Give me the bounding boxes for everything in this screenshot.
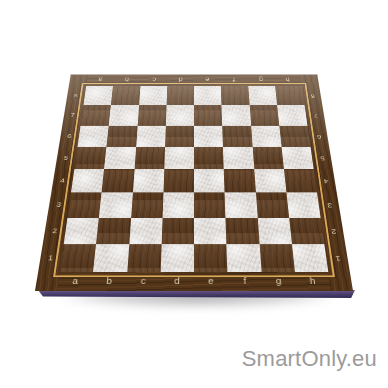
file-label-bottom-b: b — [106, 277, 112, 286]
rank-label-right-8: 8 — [310, 93, 315, 98]
square-b8 — [111, 86, 140, 105]
rank-label-left-5: 5 — [63, 155, 68, 161]
rank-label-right-5: 5 — [319, 155, 324, 161]
square-h4 — [284, 169, 317, 193]
square-a1 — [60, 244, 97, 272]
chessboard-scene: aa88bb77cc66dd55ee44ff33gg22hh11 — [35, 0, 353, 291]
file-label-bottom-h: h — [309, 277, 316, 286]
square-c2 — [129, 218, 163, 244]
square-e6 — [194, 125, 223, 146]
square-a7 — [81, 105, 112, 125]
square-c1 — [127, 244, 162, 272]
square-b1 — [93, 244, 129, 272]
square-h7 — [277, 105, 308, 125]
square-g8 — [248, 86, 277, 105]
square-g1 — [259, 244, 295, 272]
file-label-top-e: e — [205, 77, 209, 82]
square-e4 — [194, 169, 225, 193]
square-b6 — [107, 125, 138, 146]
square-b5 — [104, 147, 136, 169]
file-label-bottom-g: g — [276, 277, 282, 286]
file-label-top-h: h — [285, 77, 290, 82]
square-e7 — [194, 105, 222, 125]
square-a2 — [64, 218, 99, 244]
square-b7 — [109, 105, 139, 125]
square-h8 — [275, 86, 305, 105]
square-d8 — [166, 86, 194, 105]
square-g4 — [254, 169, 286, 193]
square-c8 — [139, 86, 167, 105]
file-label-top-a: a — [98, 77, 103, 82]
file-label-bottom-f: f — [243, 277, 246, 286]
product-photo-page: aa88bb77cc66dd55ee44ff33gg22hh11 SmartOn… — [0, 0, 388, 388]
file-label-top-b: b — [125, 77, 130, 82]
square-e5 — [194, 147, 224, 169]
rank-label-right-4: 4 — [323, 178, 328, 184]
square-e1 — [194, 244, 228, 272]
square-d3 — [162, 193, 194, 218]
file-label-bottom-e: e — [208, 277, 214, 286]
square-c7 — [137, 105, 166, 125]
square-e8 — [194, 86, 222, 105]
square-f3 — [225, 193, 258, 218]
square-h3 — [286, 193, 320, 218]
square-d6 — [165, 125, 194, 146]
square-a8 — [83, 86, 113, 105]
square-d7 — [166, 105, 194, 125]
rank-label-right-7: 7 — [313, 113, 318, 118]
square-e2 — [194, 218, 227, 244]
square-f4 — [224, 169, 256, 193]
square-b4 — [102, 169, 134, 193]
rank-label-left-7: 7 — [70, 113, 75, 118]
square-b3 — [99, 193, 132, 218]
square-a3 — [67, 193, 101, 218]
square-f1 — [227, 244, 262, 272]
square-h5 — [281, 147, 313, 169]
square-f2 — [226, 218, 260, 244]
square-d4 — [163, 169, 194, 193]
square-a5 — [74, 147, 106, 169]
square-d1 — [160, 244, 194, 272]
square-c4 — [132, 169, 164, 193]
square-c5 — [134, 147, 165, 169]
file-label-bottom-c: c — [140, 277, 145, 286]
file-label-bottom-d: d — [174, 277, 180, 286]
square-d5 — [164, 147, 194, 169]
chess-board: aa88bb77cc66dd55ee44ff33gg22hh11 — [35, 74, 353, 291]
file-label-top-d: d — [178, 77, 182, 82]
file-label-top-c: c — [152, 77, 156, 82]
file-label-top-g: g — [258, 77, 263, 82]
square-b2 — [96, 218, 130, 244]
square-h2 — [289, 218, 324, 244]
square-a6 — [78, 125, 109, 146]
square-c6 — [136, 125, 166, 146]
square-c3 — [131, 193, 164, 218]
board-grid — [60, 86, 329, 272]
square-h6 — [279, 125, 310, 146]
square-g5 — [252, 147, 284, 169]
square-f5 — [223, 147, 254, 169]
rank-label-right-3: 3 — [326, 202, 332, 209]
square-g6 — [251, 125, 282, 146]
rank-label-left-4: 4 — [60, 178, 65, 184]
square-g7 — [249, 105, 279, 125]
file-label-bottom-a: a — [72, 277, 79, 286]
square-d2 — [161, 218, 194, 244]
square-g2 — [257, 218, 291, 244]
rank-label-right-1: 1 — [334, 254, 340, 261]
watermark: SmartOnly.eu — [242, 346, 377, 372]
rank-label-left-6: 6 — [67, 133, 72, 139]
square-h1 — [292, 244, 329, 272]
square-f8 — [221, 86, 249, 105]
rank-label-left-8: 8 — [73, 93, 78, 98]
rank-label-left-3: 3 — [56, 202, 62, 209]
square-f7 — [222, 105, 251, 125]
rank-label-right-6: 6 — [316, 133, 321, 139]
square-f6 — [222, 125, 252, 146]
square-a4 — [71, 169, 104, 193]
rank-label-right-2: 2 — [330, 227, 336, 234]
square-e3 — [194, 193, 226, 218]
square-g3 — [256, 193, 289, 218]
